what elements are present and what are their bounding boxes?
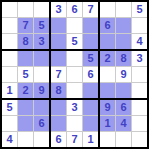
cell-r4c9[interactable]: 3 (132, 51, 147, 66)
cell-r3c7[interactable] (100, 34, 115, 49)
cell-r8c7[interactable]: 1 (100, 116, 115, 131)
box-1-1: 7583 (2, 2, 49, 49)
sudoku-board: 7583367556451295768283956436719614 (0, 0, 149, 149)
cell-r2c7[interactable]: 6 (100, 18, 115, 33)
cell-r7c4[interactable] (51, 100, 66, 115)
cell-r4c7[interactable]: 2 (100, 51, 115, 66)
cell-r6c5[interactable] (67, 83, 82, 98)
page: 7583367556451295768283956436719614 (0, 0, 150, 150)
box-2-1: 5129 (2, 51, 49, 98)
cell-r5c9[interactable] (132, 67, 147, 82)
cell-r5c6[interactable]: 6 (83, 67, 98, 82)
cell-r3c8[interactable] (116, 34, 131, 49)
cell-r9c6[interactable]: 1 (83, 132, 98, 147)
cell-r1c2[interactable] (18, 2, 33, 17)
cell-r7c3[interactable] (34, 100, 49, 115)
cell-r6c7[interactable] (100, 83, 115, 98)
cell-r9c2[interactable] (18, 132, 33, 147)
cell-r4c4[interactable] (51, 51, 66, 66)
cell-r4c2[interactable] (18, 51, 33, 66)
cell-r9c7[interactable] (100, 132, 115, 147)
cell-r8c9[interactable] (132, 116, 147, 131)
cell-r5c8[interactable]: 9 (116, 67, 131, 82)
cell-r9c9[interactable] (132, 132, 147, 147)
box-2-3: 2839 (100, 51, 147, 98)
box-3-1: 564 (2, 100, 49, 147)
cell-r2c1[interactable] (2, 18, 17, 33)
cell-r4c8[interactable]: 8 (116, 51, 131, 66)
cell-r4c3[interactable] (34, 51, 49, 66)
cell-r8c4[interactable] (51, 116, 66, 131)
cell-r2c4[interactable] (51, 18, 66, 33)
cell-r7c7[interactable]: 9 (100, 100, 115, 115)
cell-r2c2[interactable]: 7 (18, 18, 33, 33)
cell-r3c3[interactable]: 3 (34, 34, 49, 49)
cell-r5c1[interactable] (2, 67, 17, 82)
cell-r3c4[interactable] (51, 34, 66, 49)
cell-r7c1[interactable]: 5 (2, 100, 17, 115)
cell-r3c1[interactable] (2, 34, 17, 49)
cell-r1c6[interactable]: 7 (83, 2, 98, 17)
box-2-2: 5768 (51, 51, 98, 98)
cell-r1c9[interactable]: 5 (132, 2, 147, 17)
cell-r3c2[interactable]: 8 (18, 34, 33, 49)
cell-r2c6[interactable] (83, 18, 98, 33)
cell-r8c1[interactable] (2, 116, 17, 131)
cell-r9c5[interactable]: 7 (67, 132, 82, 147)
cell-r6c3[interactable]: 9 (34, 83, 49, 98)
cell-r2c9[interactable] (132, 18, 147, 33)
cell-r6c2[interactable]: 2 (18, 83, 33, 98)
cell-r6c1[interactable]: 1 (2, 83, 17, 98)
cell-r2c8[interactable] (116, 18, 131, 33)
cell-r3c6[interactable] (83, 34, 98, 49)
cell-r1c4[interactable]: 3 (51, 2, 66, 17)
cell-r6c6[interactable] (83, 83, 98, 98)
cell-r8c3[interactable]: 6 (34, 116, 49, 131)
cell-r1c8[interactable] (116, 2, 131, 17)
cell-r1c1[interactable] (2, 2, 17, 17)
cell-r1c5[interactable]: 6 (67, 2, 82, 17)
cell-r8c6[interactable] (83, 116, 98, 131)
cell-r7c2[interactable] (18, 100, 33, 115)
cell-r6c8[interactable] (116, 83, 131, 98)
cell-r8c8[interactable]: 4 (116, 116, 131, 131)
cell-r5c7[interactable] (100, 67, 115, 82)
box-1-2: 3675 (51, 2, 98, 49)
cell-r9c1[interactable]: 4 (2, 132, 17, 147)
cell-r5c2[interactable]: 5 (18, 67, 33, 82)
cell-r4c1[interactable] (2, 51, 17, 66)
cell-r4c5[interactable] (67, 51, 82, 66)
cell-r6c9[interactable] (132, 83, 147, 98)
cell-r6c4[interactable]: 8 (51, 83, 66, 98)
cell-r2c5[interactable] (67, 18, 82, 33)
box-3-3: 9614 (100, 100, 147, 147)
cell-r7c5[interactable]: 3 (67, 100, 82, 115)
cell-r8c5[interactable] (67, 116, 82, 131)
cell-r9c4[interactable]: 6 (51, 132, 66, 147)
cell-r8c2[interactable] (18, 116, 33, 131)
cell-r1c3[interactable] (34, 2, 49, 17)
cell-r4c6[interactable]: 5 (83, 51, 98, 66)
cell-r7c6[interactable] (83, 100, 98, 115)
box-1-3: 564 (100, 2, 147, 49)
cell-r5c4[interactable]: 7 (51, 67, 66, 82)
cell-r9c8[interactable] (116, 132, 131, 147)
cell-r7c9[interactable] (132, 100, 147, 115)
cell-r2c3[interactable]: 5 (34, 18, 49, 33)
box-3-2: 3671 (51, 100, 98, 147)
cell-r5c5[interactable] (67, 67, 82, 82)
cell-r7c8[interactable]: 6 (116, 100, 131, 115)
cell-r5c3[interactable] (34, 67, 49, 82)
cell-r3c5[interactable]: 5 (67, 34, 82, 49)
cell-r1c7[interactable] (100, 2, 115, 17)
cell-r9c3[interactable] (34, 132, 49, 147)
cell-r3c9[interactable]: 4 (132, 34, 147, 49)
